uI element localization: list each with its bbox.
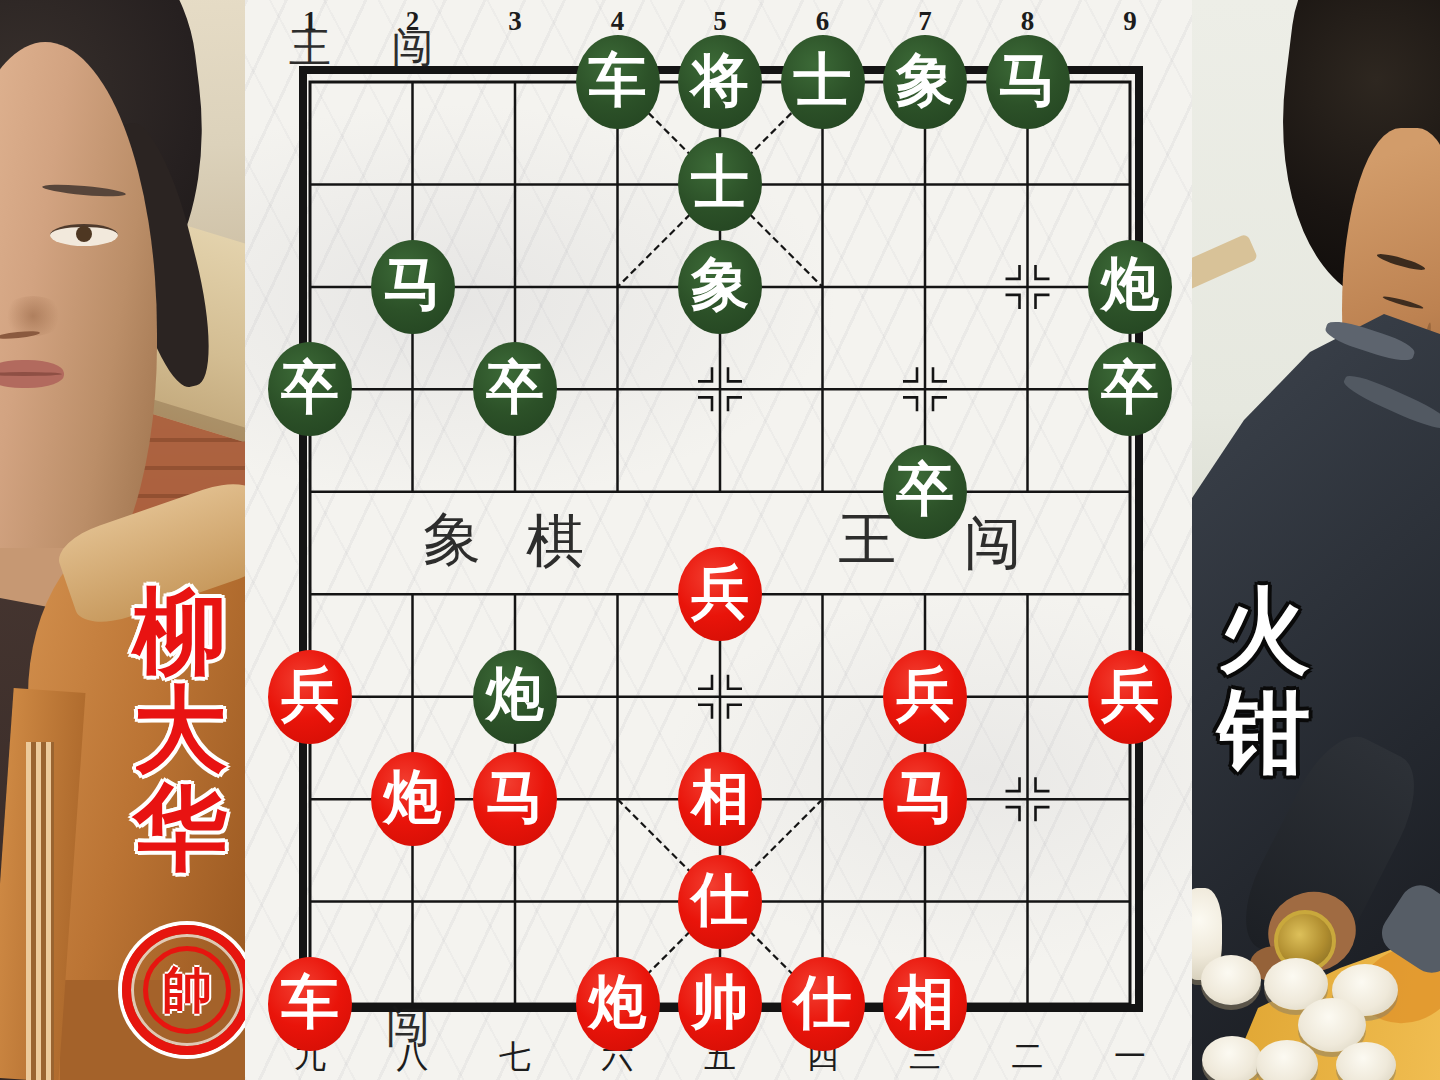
piece-red-兵: 兵 [678,547,762,641]
piece-glyph: 马 [999,52,1057,113]
piece-glyph: 兵 [896,666,954,727]
piece-black-马: 马 [986,35,1070,129]
white-chess-piece [1336,1042,1396,1080]
piece-glyph: 士 [691,154,749,215]
piece-glyph: 卒 [896,461,954,522]
piece-glyph: 相 [691,769,749,830]
video-frame: 柳 大 华 帥 123456789九八七六五四三二一王闯象棋王闯闯车将士象马士马… [0,0,1440,1080]
white-chess-piece [1256,1040,1318,1080]
piece-black-卒: 卒 [268,342,352,436]
piece-glyph: 马 [486,769,544,830]
piece-red-仕: 仕 [781,957,865,1051]
piece-glyph: 卒 [486,359,544,420]
left-player-jacket-zipper [26,742,54,1080]
file-label-top: 7 [903,8,947,35]
piece-glyph: 兵 [691,564,749,625]
piece-glyph: 士 [794,52,852,113]
right-player-photo: 火 钳 [1192,0,1440,1080]
piece-glyph: 象 [896,52,954,113]
left-player-photo: 柳 大 华 帥 [0,0,245,1080]
white-chess-piece [1201,955,1261,1005]
file-label-bottom: 七 [491,1040,539,1072]
piece-glyph: 兵 [1101,666,1159,727]
piece-black-车: 车 [576,35,660,129]
piece-red-帅: 帅 [678,957,762,1051]
piece-black-象: 象 [883,35,967,129]
piece-red-仕: 仕 [678,855,762,949]
piece-glyph: 车 [589,52,647,113]
piece-glyph: 仕 [794,974,852,1035]
name-char: 大 [133,683,227,781]
name-char: 钳 [1218,686,1310,787]
marshal-seal-icon: 帥 [122,925,245,1055]
xiangqi-board-panel: 123456789九八七六五四三二一王闯象棋王闯闯车将士象马士马象炮卒卒卒卒炮兵… [245,0,1192,1080]
right-player-name: 火 钳 [1218,585,1310,787]
piece-glyph: 相 [896,974,954,1035]
piece-glyph: 炮 [384,769,442,830]
piece-red-兵: 兵 [883,650,967,744]
piece-glyph: 马 [384,256,442,317]
piece-red-炮: 炮 [576,957,660,1051]
piece-glyph: 车 [281,974,339,1035]
piece-glyph: 象 [691,256,749,317]
piece-black-卒: 卒 [1088,342,1172,436]
piece-black-炮: 炮 [1088,240,1172,334]
piece-glyph: 将 [691,52,749,113]
white-chess-piece [1202,1036,1262,1080]
piece-red-马: 马 [883,752,967,846]
piece-red-相: 相 [678,752,762,846]
piece-glyph: 炮 [486,666,544,727]
piece-red-车: 车 [268,957,352,1051]
file-label-top: 8 [1006,8,1050,35]
file-label-top: 3 [493,8,537,35]
piece-black-卒: 卒 [473,342,557,436]
piece-glyph: 炮 [1101,256,1159,317]
piece-red-相: 相 [883,957,967,1051]
file-label-top: 6 [801,8,845,35]
piece-black-卒: 卒 [883,445,967,539]
piece-red-马: 马 [473,752,557,846]
name-char: 火 [1218,585,1310,686]
piece-glyph: 卒 [1101,359,1159,420]
marshal-seal-character: 帥 [162,965,212,1015]
name-char: 华 [133,781,227,879]
piece-black-士: 士 [781,35,865,129]
file-label-bottom: 二 [1004,1040,1052,1072]
name-char: 柳 [133,585,227,683]
file-label-top: 4 [596,8,640,35]
piece-glyph: 炮 [589,974,647,1035]
piece-red-炮: 炮 [371,752,455,846]
piece-black-将: 将 [678,35,762,129]
piece-glyph: 马 [896,769,954,830]
watermark-top-left: 王 [276,27,344,69]
left-player-iris [76,226,92,242]
wall-rail [1192,233,1258,290]
file-label-top: 5 [698,8,742,35]
piece-black-马: 马 [371,240,455,334]
watermark-river-right: 闯 [959,515,1027,573]
file-label-top: 9 [1108,8,1152,35]
piece-glyph: 帅 [691,974,749,1035]
left-player-nose [2,296,64,336]
piece-glyph: 仕 [691,871,749,932]
watermark-river-left: 象 [418,511,486,569]
piece-red-兵: 兵 [268,650,352,744]
piece-black-炮: 炮 [473,650,557,744]
left-player-name: 柳 大 华 [130,585,230,879]
piece-glyph: 兵 [281,666,339,727]
piece-black-士: 士 [678,137,762,231]
watermark-river-left: 棋 [521,513,589,571]
marshal-seal-inner-ring: 帥 [143,946,231,1034]
file-label-bottom: 一 [1106,1040,1154,1072]
watermark-bottom-left: 闯 [374,1005,442,1049]
watermark-top-left: 闯 [379,27,447,69]
piece-glyph: 卒 [281,359,339,420]
piece-black-象: 象 [678,240,762,334]
piece-red-兵: 兵 [1088,650,1172,744]
